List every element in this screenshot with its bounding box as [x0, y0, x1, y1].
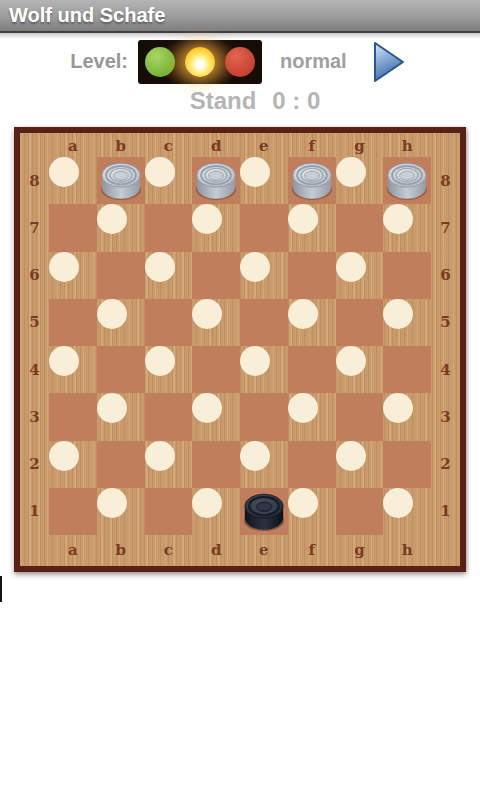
rank-label-5-left: 5	[20, 299, 49, 346]
rank-label-6-right: 6	[431, 252, 460, 299]
square-d8[interactable]	[192, 157, 240, 204]
green-light-icon[interactable]	[145, 47, 175, 77]
square-g7[interactable]	[336, 204, 384, 251]
file-label-a: a	[49, 133, 97, 157]
white-sheep-piece[interactable]	[98, 154, 144, 204]
rank-label-1-left: 1	[20, 488, 49, 535]
square-g4[interactable]	[336, 346, 366, 376]
yellow-light-icon[interactable]	[185, 47, 215, 77]
white-sheep-piece[interactable]	[193, 154, 239, 204]
square-g8[interactable]	[336, 157, 366, 187]
white-sheep-piece[interactable]	[384, 154, 430, 204]
square-f4[interactable]	[288, 346, 336, 393]
square-h2[interactable]	[383, 441, 431, 488]
app-title: Wolf und Schafe	[0, 4, 165, 27]
square-h3[interactable]	[383, 393, 413, 423]
square-h1[interactable]	[383, 488, 413, 518]
square-g5[interactable]	[336, 299, 384, 346]
square-a2[interactable]	[49, 441, 79, 471]
square-d3[interactable]	[192, 393, 222, 423]
square-e8[interactable]	[240, 157, 270, 187]
frame-corner	[431, 133, 460, 157]
app-title-bar: Wolf und Schafe	[0, 0, 480, 33]
square-h4[interactable]	[383, 346, 431, 393]
frame-corner	[20, 535, 49, 566]
square-a4[interactable]	[49, 346, 79, 376]
screen-edge-artifact	[0, 576, 2, 602]
square-f5[interactable]	[288, 299, 318, 329]
square-d5[interactable]	[192, 299, 222, 329]
titlebar-shadow	[0, 33, 480, 39]
square-c6[interactable]	[145, 252, 175, 282]
square-c4[interactable]	[145, 346, 175, 376]
rank-label-1-right: 1	[431, 488, 460, 535]
rank-label-6-left: 6	[20, 252, 49, 299]
square-d2[interactable]	[192, 441, 240, 488]
square-b4[interactable]	[97, 346, 145, 393]
rank-label-4-left: 4	[20, 346, 49, 393]
rank-label-7-right: 7	[431, 204, 460, 251]
game-board: abcdefgh8	[14, 127, 466, 572]
square-d6[interactable]	[192, 252, 240, 299]
rank-label-5-right: 5	[431, 299, 460, 346]
rank-label-8-left: 8	[20, 157, 49, 204]
frame-corner	[20, 133, 49, 157]
square-g1[interactable]	[336, 488, 384, 535]
difficulty-traffic-light[interactable]	[138, 40, 262, 84]
score-label: Stand	[190, 87, 257, 114]
level-label: Level:	[30, 50, 128, 73]
square-h8[interactable]	[383, 157, 431, 204]
square-a3[interactable]	[49, 393, 97, 440]
square-d1[interactable]	[192, 488, 222, 518]
square-d7[interactable]	[192, 204, 222, 234]
square-c5[interactable]	[145, 299, 193, 346]
square-h5[interactable]	[383, 299, 413, 329]
square-c3[interactable]	[145, 393, 193, 440]
rank-label-2-left: 2	[20, 441, 49, 488]
square-f8[interactable]	[288, 157, 336, 204]
square-e5[interactable]	[240, 299, 288, 346]
file-label-a: a	[49, 535, 97, 566]
square-f6[interactable]	[288, 252, 336, 299]
square-c8[interactable]	[145, 157, 175, 187]
frame-corner	[431, 535, 460, 566]
square-b5[interactable]	[97, 299, 127, 329]
rank-label-4-right: 4	[431, 346, 460, 393]
square-b8[interactable]	[97, 157, 145, 204]
square-b1[interactable]	[97, 488, 127, 518]
square-b2[interactable]	[97, 441, 145, 488]
score-display: Stand0 : 0	[0, 87, 480, 115]
start-game-button[interactable]	[372, 41, 406, 83]
square-b3[interactable]	[97, 393, 127, 423]
file-label-c: c	[145, 535, 193, 566]
square-d4[interactable]	[192, 346, 240, 393]
square-e1[interactable]	[240, 488, 288, 535]
square-h7[interactable]	[383, 204, 413, 234]
file-label-g: g	[336, 535, 384, 566]
file-label-g: g	[336, 133, 384, 157]
red-light-icon[interactable]	[225, 47, 255, 77]
rank-label-8-right: 8	[431, 157, 460, 204]
square-g6[interactable]	[336, 252, 366, 282]
rank-label-7-left: 7	[20, 204, 49, 251]
rank-label-3-right: 3	[431, 393, 460, 440]
square-f3[interactable]	[288, 393, 318, 423]
square-a6[interactable]	[49, 252, 79, 282]
square-f2[interactable]	[288, 441, 336, 488]
square-c1[interactable]	[145, 488, 193, 535]
white-sheep-piece[interactable]	[289, 154, 335, 204]
file-label-d: d	[192, 535, 240, 566]
square-g2[interactable]	[336, 441, 366, 471]
square-e3[interactable]	[240, 393, 288, 440]
rank-label-3-left: 3	[20, 393, 49, 440]
square-f7[interactable]	[288, 204, 318, 234]
board-grid: abcdefgh8	[20, 133, 460, 566]
square-a8[interactable]	[49, 157, 79, 187]
square-e4[interactable]	[240, 346, 270, 376]
file-label-e: e	[240, 535, 288, 566]
square-g3[interactable]	[336, 393, 384, 440]
file-label-h: h	[383, 535, 431, 566]
square-c7[interactable]	[145, 204, 193, 251]
square-a5[interactable]	[49, 299, 97, 346]
rank-label-2-right: 2	[431, 441, 460, 488]
square-f1[interactable]	[288, 488, 318, 518]
file-label-c: c	[145, 133, 193, 157]
file-label-e: e	[240, 133, 288, 157]
level-value: normal	[280, 50, 347, 73]
square-e6[interactable]	[240, 252, 270, 282]
square-b6[interactable]	[97, 252, 145, 299]
file-label-f: f	[288, 535, 336, 566]
square-c2[interactable]	[145, 441, 175, 471]
app-screen: Wolf und Schafe Level: normal Stand0 : 0…	[0, 0, 480, 800]
square-e7[interactable]	[240, 204, 288, 251]
file-label-b: b	[97, 535, 145, 566]
square-e2[interactable]	[240, 441, 270, 471]
square-h6[interactable]	[383, 252, 431, 299]
play-triangle-icon	[372, 41, 406, 83]
square-b7[interactable]	[97, 204, 127, 234]
square-a7[interactable]	[49, 204, 97, 251]
score-value: 0 : 0	[272, 87, 320, 114]
square-a1[interactable]	[49, 488, 97, 535]
black-wolf-piece[interactable]	[241, 485, 287, 535]
